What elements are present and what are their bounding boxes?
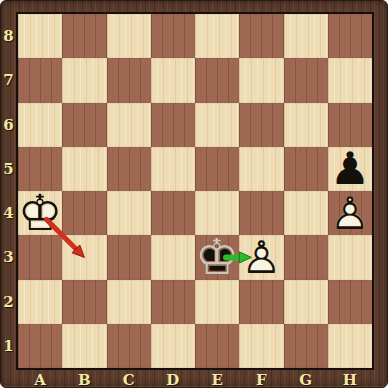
- rank-label-2: 2: [1, 280, 16, 324]
- black-pawn-h5[interactable]: ♟︎: [328, 147, 372, 191]
- rank-label-4: 4: [1, 191, 16, 235]
- white-king-outline: ♔︎: [18, 191, 62, 235]
- file-label-b: B: [62, 370, 106, 388]
- piece-layer: ♚︎♔︎♟︎♙︎♟︎♙︎♚︎♔︎♟︎: [18, 14, 372, 368]
- file-label-a: A: [18, 370, 62, 388]
- file-label-f: F: [239, 370, 283, 388]
- rank-label-5: 5: [1, 147, 16, 191]
- file-label-d: D: [151, 370, 195, 388]
- black-king-e3[interactable]: ♚︎♔︎: [195, 235, 239, 279]
- black-pawn-fill: ♟︎: [328, 147, 372, 191]
- white-king-a4[interactable]: ♚︎♔︎: [18, 191, 62, 235]
- rank-label-1: 1: [1, 324, 16, 368]
- rank-label-3: 3: [1, 235, 16, 279]
- file-label-g: G: [284, 370, 328, 388]
- rank-label-6: 6: [1, 103, 16, 147]
- file-label-c: C: [107, 370, 151, 388]
- white-pawn-outline: ♙︎: [239, 235, 283, 279]
- file-label-h: H: [328, 370, 372, 388]
- chess-board-frame: 87654321ABCDEFGH ♚︎♔︎♟︎♙︎♟︎♙︎♚︎♔︎♟︎: [0, 0, 388, 388]
- rank-label-8: 8: [1, 14, 16, 58]
- white-pawn-f3[interactable]: ♟︎♙︎: [239, 235, 283, 279]
- rank-label-7: 7: [1, 58, 16, 102]
- white-pawn-outline: ♙︎: [328, 191, 372, 235]
- white-pawn-h4[interactable]: ♟︎♙︎: [328, 191, 372, 235]
- black-king-detail: ♔︎: [195, 235, 239, 279]
- file-label-e: E: [195, 370, 239, 388]
